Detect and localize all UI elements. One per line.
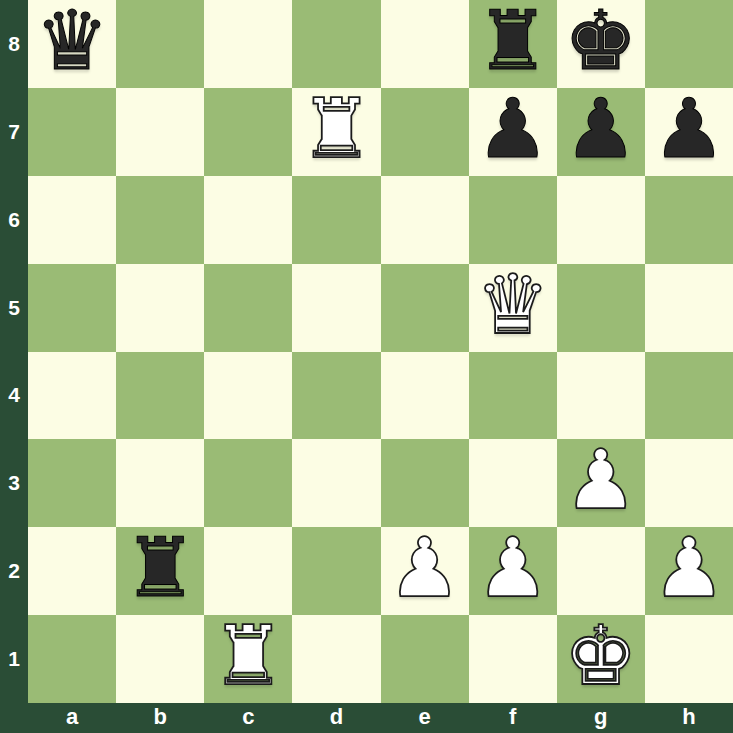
piece-black-queen[interactable]: ♛: [35, 0, 109, 82]
rank-labels: 87654321: [0, 0, 28, 703]
square-c4[interactable]: [204, 352, 292, 440]
square-b4[interactable]: [116, 352, 204, 440]
square-a4[interactable]: [28, 352, 116, 440]
square-g7[interactable]: ♟: [557, 88, 645, 176]
file-labels: abcdefgh: [28, 703, 733, 733]
square-h3[interactable]: [645, 439, 733, 527]
file-label-b: b: [116, 703, 204, 733]
square-g4[interactable]: [557, 352, 645, 440]
square-c7[interactable]: [204, 88, 292, 176]
square-f4[interactable]: [469, 352, 557, 440]
square-d8[interactable]: [292, 0, 380, 88]
square-c1[interactable]: ♜: [204, 615, 292, 703]
piece-black-king[interactable]: ♚: [564, 0, 638, 82]
square-h1[interactable]: [645, 615, 733, 703]
chess-board: ♛♜♚♜♟♟♟♛♟♜♟♟♟♜♚: [28, 0, 733, 703]
piece-white-pawn[interactable]: ♟: [388, 527, 462, 609]
square-d4[interactable]: [292, 352, 380, 440]
square-f5[interactable]: ♛: [469, 264, 557, 352]
rank-label-2: 2: [0, 527, 28, 615]
square-e8[interactable]: [381, 0, 469, 88]
square-f7[interactable]: ♟: [469, 88, 557, 176]
square-b3[interactable]: [116, 439, 204, 527]
square-b7[interactable]: [116, 88, 204, 176]
rank-label-4: 4: [0, 352, 28, 440]
square-e1[interactable]: [381, 615, 469, 703]
square-f2[interactable]: ♟: [469, 527, 557, 615]
square-c2[interactable]: [204, 527, 292, 615]
square-f1[interactable]: [469, 615, 557, 703]
piece-black-rook[interactable]: ♜: [476, 0, 550, 82]
square-a1[interactable]: [28, 615, 116, 703]
square-b5[interactable]: [116, 264, 204, 352]
square-e3[interactable]: [381, 439, 469, 527]
file-label-d: d: [292, 703, 380, 733]
rank-label-1: 1: [0, 615, 28, 703]
file-label-g: g: [557, 703, 645, 733]
piece-white-rook[interactable]: ♜: [212, 615, 286, 697]
rank-label-7: 7: [0, 88, 28, 176]
square-g2[interactable]: [557, 527, 645, 615]
square-b8[interactable]: [116, 0, 204, 88]
square-f3[interactable]: [469, 439, 557, 527]
square-a7[interactable]: [28, 88, 116, 176]
rank-label-5: 5: [0, 264, 28, 352]
square-b1[interactable]: [116, 615, 204, 703]
piece-white-pawn[interactable]: ♟: [476, 527, 550, 609]
square-a8[interactable]: ♛: [28, 0, 116, 88]
rank-label-3: 3: [0, 439, 28, 527]
square-a6[interactable]: [28, 176, 116, 264]
square-b6[interactable]: [116, 176, 204, 264]
piece-black-pawn[interactable]: ♟: [564, 88, 638, 170]
square-e7[interactable]: [381, 88, 469, 176]
square-d1[interactable]: [292, 615, 380, 703]
file-label-c: c: [204, 703, 292, 733]
piece-white-rook[interactable]: ♜: [300, 88, 374, 170]
file-label-a: a: [28, 703, 116, 733]
square-f8[interactable]: ♜: [469, 0, 557, 88]
square-g5[interactable]: [557, 264, 645, 352]
square-e6[interactable]: [381, 176, 469, 264]
square-e4[interactable]: [381, 352, 469, 440]
file-label-f: f: [469, 703, 557, 733]
square-d3[interactable]: [292, 439, 380, 527]
square-a3[interactable]: [28, 439, 116, 527]
piece-white-pawn[interactable]: ♟: [652, 527, 726, 609]
square-a5[interactable]: [28, 264, 116, 352]
square-h2[interactable]: ♟: [645, 527, 733, 615]
square-g8[interactable]: ♚: [557, 0, 645, 88]
square-d5[interactable]: [292, 264, 380, 352]
rank-label-6: 6: [0, 176, 28, 264]
square-h6[interactable]: [645, 176, 733, 264]
square-c8[interactable]: [204, 0, 292, 88]
piece-white-queen[interactable]: ♛: [476, 264, 550, 346]
square-h7[interactable]: ♟: [645, 88, 733, 176]
square-h4[interactable]: [645, 352, 733, 440]
square-d7[interactable]: ♜: [292, 88, 380, 176]
piece-black-pawn[interactable]: ♟: [476, 88, 550, 170]
square-g3[interactable]: ♟: [557, 439, 645, 527]
square-c6[interactable]: [204, 176, 292, 264]
square-e5[interactable]: [381, 264, 469, 352]
piece-black-rook[interactable]: ♜: [123, 527, 197, 609]
square-d6[interactable]: [292, 176, 380, 264]
square-h8[interactable]: [645, 0, 733, 88]
file-label-h: h: [645, 703, 733, 733]
square-e2[interactable]: ♟: [381, 527, 469, 615]
piece-black-pawn[interactable]: ♟: [652, 88, 726, 170]
square-c3[interactable]: [204, 439, 292, 527]
square-h5[interactable]: [645, 264, 733, 352]
file-label-e: e: [381, 703, 469, 733]
rank-label-8: 8: [0, 0, 28, 88]
square-b2[interactable]: ♜: [116, 527, 204, 615]
square-g1[interactable]: ♚: [557, 615, 645, 703]
square-f6[interactable]: [469, 176, 557, 264]
piece-white-pawn[interactable]: ♟: [564, 439, 638, 521]
chess-board-frame: 87654321 ♛♜♚♜♟♟♟♛♟♜♟♟♟♜♚ abcdefgh: [0, 0, 733, 733]
piece-white-king[interactable]: ♚: [564, 615, 638, 697]
square-c5[interactable]: [204, 264, 292, 352]
board-corner: [0, 703, 28, 733]
square-g6[interactable]: [557, 176, 645, 264]
square-d2[interactable]: [292, 527, 380, 615]
square-a2[interactable]: [28, 527, 116, 615]
